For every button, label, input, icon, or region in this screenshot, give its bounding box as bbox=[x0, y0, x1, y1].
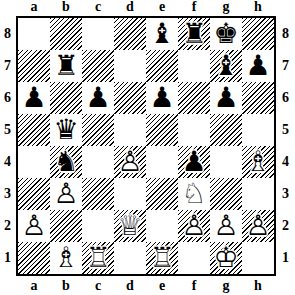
white-pawn-icon: ♙ bbox=[114, 146, 146, 178]
black-rook-icon: ♜ bbox=[50, 50, 82, 82]
piece-black-pawn-a6[interactable]: ♟♟ bbox=[18, 82, 50, 114]
square-b2[interactable] bbox=[50, 210, 82, 242]
piece-black-pawn-g6[interactable]: ♟♟ bbox=[210, 82, 242, 114]
square-d2[interactable]: ♛♕ bbox=[114, 210, 146, 242]
piece-black-bishop-g7[interactable]: ♝♝ bbox=[210, 50, 242, 82]
square-f6[interactable] bbox=[178, 82, 210, 114]
square-a1[interactable] bbox=[18, 242, 50, 274]
rank-label-6-left: 6 bbox=[0, 82, 15, 114]
square-g6[interactable]: ♟♟ bbox=[210, 82, 242, 114]
file-labels-top: abcdefgh bbox=[18, 0, 274, 15]
square-a5[interactable] bbox=[18, 114, 50, 146]
square-c6[interactable]: ♟♟ bbox=[82, 82, 114, 114]
square-c7[interactable] bbox=[82, 50, 114, 82]
black-bishop-icon: ♝ bbox=[146, 18, 178, 50]
piece-white-bishop-b1[interactable]: ♝♗ bbox=[50, 242, 82, 274]
square-f2[interactable]: ♟♙ bbox=[178, 210, 210, 242]
rank-label-7-left: 7 bbox=[0, 50, 15, 82]
square-d4[interactable]: ♟♙ bbox=[114, 146, 146, 178]
square-b7[interactable]: ♜♜ bbox=[50, 50, 82, 82]
black-bishop-icon: ♝ bbox=[210, 50, 242, 82]
square-g2[interactable]: ♟♙ bbox=[210, 210, 242, 242]
square-a8[interactable] bbox=[18, 18, 50, 50]
square-g8[interactable]: ♚♚ bbox=[210, 18, 242, 50]
file-label-g-top: g bbox=[210, 0, 242, 15]
file-label-e-top: e bbox=[146, 0, 178, 15]
rank-label-2-left: 2 bbox=[0, 210, 15, 242]
square-h6[interactable] bbox=[242, 82, 274, 114]
piece-black-king-g8[interactable]: ♚♚ bbox=[210, 18, 242, 50]
square-b3[interactable]: ♟♙ bbox=[50, 178, 82, 210]
piece-black-rook-b7[interactable]: ♜♜ bbox=[50, 50, 82, 82]
file-label-d-bottom: d bbox=[114, 278, 146, 294]
piece-white-bishop-h4[interactable]: ♝♗ bbox=[242, 146, 274, 178]
black-pawn-icon: ♟ bbox=[82, 82, 114, 114]
square-b1[interactable]: ♝♗ bbox=[50, 242, 82, 274]
piece-white-king-g1[interactable]: ♚♔ bbox=[210, 242, 242, 274]
square-d3[interactable] bbox=[114, 178, 146, 210]
rank-label-7-right: 7 bbox=[278, 50, 293, 82]
square-g5[interactable] bbox=[210, 114, 242, 146]
rank-label-3-left: 3 bbox=[0, 178, 15, 210]
white-bishop-icon: ♗ bbox=[242, 146, 274, 178]
square-h8[interactable] bbox=[242, 18, 274, 50]
white-rook-icon: ♖ bbox=[82, 242, 114, 274]
rank-label-8-right: 8 bbox=[278, 18, 293, 50]
black-king-icon: ♚ bbox=[210, 18, 242, 50]
file-label-h-top: h bbox=[242, 0, 274, 15]
file-label-a-bottom: a bbox=[18, 278, 50, 294]
white-pawn-icon: ♙ bbox=[18, 210, 50, 242]
square-h7[interactable]: ♟♟ bbox=[242, 50, 274, 82]
piece-white-pawn-h2[interactable]: ♟♙ bbox=[242, 210, 274, 242]
white-bishop-icon: ♗ bbox=[50, 242, 82, 274]
file-label-d-top: d bbox=[114, 0, 146, 15]
rank-label-4-right: 4 bbox=[278, 146, 293, 178]
white-queen-icon: ♕ bbox=[114, 210, 146, 242]
file-label-h-bottom: h bbox=[242, 278, 274, 294]
square-h3[interactable] bbox=[242, 178, 274, 210]
square-b6[interactable] bbox=[50, 82, 82, 114]
square-f4[interactable]: ♟♟ bbox=[178, 146, 210, 178]
rank-label-3-right: 3 bbox=[278, 178, 293, 210]
square-c8[interactable] bbox=[82, 18, 114, 50]
square-e6[interactable]: ♟♟ bbox=[146, 82, 178, 114]
piece-white-pawn-d4[interactable]: ♟♙ bbox=[114, 146, 146, 178]
white-rook-icon: ♖ bbox=[146, 242, 178, 274]
piece-black-rook-f8[interactable]: ♜♜ bbox=[178, 18, 210, 50]
square-a6[interactable]: ♟♟ bbox=[18, 82, 50, 114]
square-g4[interactable] bbox=[210, 146, 242, 178]
white-pawn-icon: ♙ bbox=[210, 210, 242, 242]
square-f8[interactable]: ♜♜ bbox=[178, 18, 210, 50]
chess-board: ♝♝♜♜♚♚♜♜♝♝♟♟♟♟♟♟♟♟♟♟♛♛♞♞♟♙♟♟♝♗♟♙♞♘♟♙♛♕♟♙… bbox=[16, 16, 276, 276]
piece-black-pawn-h7[interactable]: ♟♟ bbox=[242, 50, 274, 82]
square-d8[interactable] bbox=[114, 18, 146, 50]
white-king-icon: ♔ bbox=[210, 242, 242, 274]
square-g3[interactable] bbox=[210, 178, 242, 210]
square-h2[interactable]: ♟♙ bbox=[242, 210, 274, 242]
square-e7[interactable] bbox=[146, 50, 178, 82]
square-e5[interactable] bbox=[146, 114, 178, 146]
piece-black-queen-b5[interactable]: ♛♛ bbox=[50, 114, 82, 146]
rank-labels-left: 87654321 bbox=[0, 18, 15, 274]
black-pawn-icon: ♟ bbox=[242, 50, 274, 82]
rank-label-1-right: 1 bbox=[278, 242, 293, 274]
file-label-c-top: c bbox=[82, 0, 114, 15]
square-f7[interactable] bbox=[178, 50, 210, 82]
square-e4[interactable] bbox=[146, 146, 178, 178]
rank-label-4-left: 4 bbox=[0, 146, 15, 178]
rank-labels-right: 87654321 bbox=[278, 18, 293, 274]
square-f5[interactable] bbox=[178, 114, 210, 146]
rank-label-2-right: 2 bbox=[278, 210, 293, 242]
black-pawn-icon: ♟ bbox=[146, 82, 178, 114]
square-d5[interactable] bbox=[114, 114, 146, 146]
piece-black-knight-b4[interactable]: ♞♞ bbox=[50, 146, 82, 178]
rank-label-6-right: 6 bbox=[278, 82, 293, 114]
square-h1[interactable] bbox=[242, 242, 274, 274]
black-pawn-icon: ♟ bbox=[178, 146, 210, 178]
square-g7[interactable]: ♝♝ bbox=[210, 50, 242, 82]
piece-white-rook-e1[interactable]: ♜♖ bbox=[146, 242, 178, 274]
square-h5[interactable] bbox=[242, 114, 274, 146]
square-g1[interactable]: ♚♔ bbox=[210, 242, 242, 274]
file-label-c-bottom: c bbox=[82, 278, 114, 294]
square-b8[interactable] bbox=[50, 18, 82, 50]
white-pawn-icon: ♙ bbox=[50, 178, 82, 210]
square-a7[interactable] bbox=[18, 50, 50, 82]
black-pawn-icon: ♟ bbox=[210, 82, 242, 114]
black-queen-icon: ♛ bbox=[50, 114, 82, 146]
square-a2[interactable]: ♟♙ bbox=[18, 210, 50, 242]
file-label-e-bottom: e bbox=[146, 278, 178, 294]
square-f3[interactable]: ♞♘ bbox=[178, 178, 210, 210]
square-e1[interactable]: ♜♖ bbox=[146, 242, 178, 274]
black-knight-icon: ♞ bbox=[50, 146, 82, 178]
square-d1[interactable] bbox=[114, 242, 146, 274]
file-label-f-top: f bbox=[178, 0, 210, 15]
square-b4[interactable]: ♞♞ bbox=[50, 146, 82, 178]
file-label-b-bottom: b bbox=[50, 278, 82, 294]
white-pawn-icon: ♙ bbox=[178, 210, 210, 242]
chess-diagram: abcdefgh 87654321 ♝♝♜♜♚♚♜♜♝♝♟♟♟♟♟♟♟♟♟♟♛♛… bbox=[0, 0, 295, 295]
square-a4[interactable] bbox=[18, 146, 50, 178]
file-label-g-bottom: g bbox=[210, 278, 242, 294]
piece-black-pawn-f4[interactable]: ♟♟ bbox=[178, 146, 210, 178]
piece-black-pawn-e6[interactable]: ♟♟ bbox=[146, 82, 178, 114]
file-label-f-bottom: f bbox=[178, 278, 210, 294]
square-e8[interactable]: ♝♝ bbox=[146, 18, 178, 50]
white-knight-icon: ♘ bbox=[178, 178, 210, 210]
piece-white-knight-f3[interactable]: ♞♘ bbox=[178, 178, 210, 210]
piece-white-pawn-f2[interactable]: ♟♙ bbox=[178, 210, 210, 242]
file-label-b-top: b bbox=[50, 0, 82, 15]
square-c5[interactable] bbox=[82, 114, 114, 146]
square-c2[interactable] bbox=[82, 210, 114, 242]
piece-white-pawn-b3[interactable]: ♟♙ bbox=[50, 178, 82, 210]
square-f1[interactable] bbox=[178, 242, 210, 274]
piece-white-rook-c1[interactable]: ♜♖ bbox=[82, 242, 114, 274]
piece-black-pawn-c6[interactable]: ♟♟ bbox=[82, 82, 114, 114]
black-rook-icon: ♜ bbox=[178, 18, 210, 50]
piece-white-queen-d2[interactable]: ♛♕ bbox=[114, 210, 146, 242]
file-labels-bottom: abcdefgh bbox=[18, 278, 274, 294]
square-h4[interactable]: ♝♗ bbox=[242, 146, 274, 178]
square-d7[interactable] bbox=[114, 50, 146, 82]
piece-black-bishop-e8[interactable]: ♝♝ bbox=[146, 18, 178, 50]
rank-label-8-left: 8 bbox=[0, 18, 15, 50]
square-b5[interactable]: ♛♛ bbox=[50, 114, 82, 146]
black-pawn-icon: ♟ bbox=[18, 82, 50, 114]
piece-white-pawn-g2[interactable]: ♟♙ bbox=[210, 210, 242, 242]
square-c1[interactable]: ♜♖ bbox=[82, 242, 114, 274]
piece-white-pawn-a2[interactable]: ♟♙ bbox=[18, 210, 50, 242]
square-d6[interactable] bbox=[114, 82, 146, 114]
square-c4[interactable] bbox=[82, 146, 114, 178]
file-label-a-top: a bbox=[18, 0, 50, 15]
white-pawn-icon: ♙ bbox=[242, 210, 274, 242]
square-e2[interactable] bbox=[146, 210, 178, 242]
rank-label-5-right: 5 bbox=[278, 114, 293, 146]
rank-label-5-left: 5 bbox=[0, 114, 15, 146]
square-e3[interactable] bbox=[146, 178, 178, 210]
square-c3[interactable] bbox=[82, 178, 114, 210]
square-a3[interactable] bbox=[18, 178, 50, 210]
rank-label-1-left: 1 bbox=[0, 242, 15, 274]
